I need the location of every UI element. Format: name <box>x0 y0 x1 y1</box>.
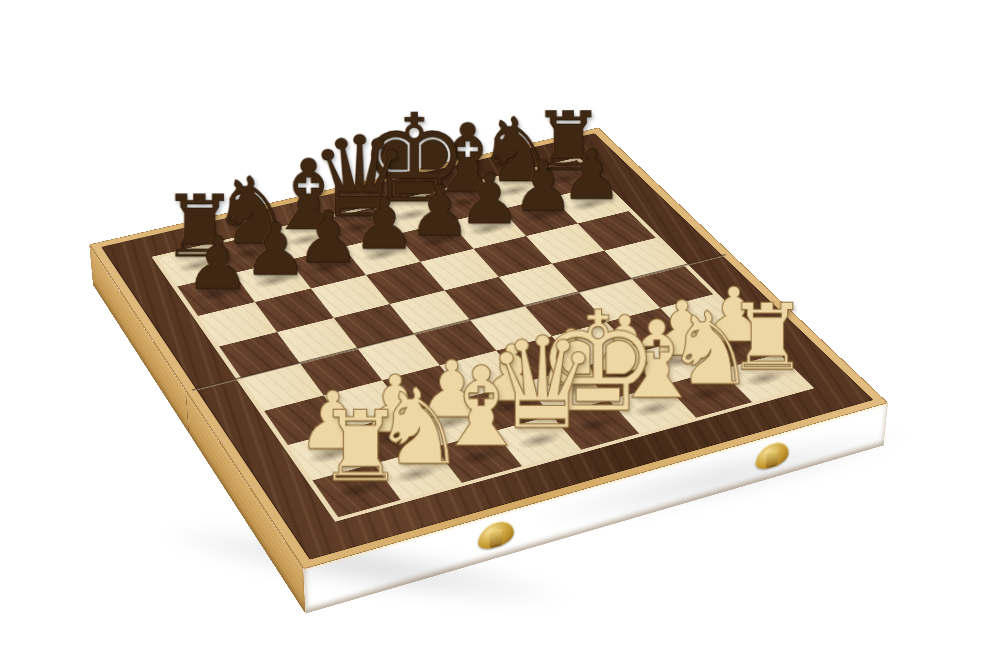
brass-latch[interactable] <box>478 517 514 552</box>
product-photo-stage: ♜♞♝♛♚♝♞♜♟♟♟♟♟♟♟♟♟♟♟♟♟♟♟♟♜♞♝♛♚♝♞♜ <box>0 0 1000 666</box>
brass-latch[interactable] <box>755 439 790 473</box>
scene-3d: ♜♞♝♛♚♝♞♜♟♟♟♟♟♟♟♟♟♟♟♟♟♟♟♟♜♞♝♛♚♝♞♜ <box>0 0 1000 666</box>
pieces-layer: ♜♞♝♛♚♝♞♜♟♟♟♟♟♟♟♟♟♟♟♟♟♟♟♟♜♞♝♛♚♝♞♜ <box>89 128 888 570</box>
board-top-face: ♜♞♝♛♚♝♞♜♟♟♟♟♟♟♟♟♟♟♟♟♟♟♟♟♜♞♝♛♚♝♞♜ <box>89 128 888 570</box>
piece-glyph: ♟ <box>133 130 301 298</box>
piece-glyph: ♜ <box>266 306 453 493</box>
folding-chess-box: ♜♞♝♛♚♝♞♜♟♟♟♟♟♟♟♟♟♟♟♟♟♟♟♟♜♞♝♛♚♝♞♜ <box>89 128 888 570</box>
